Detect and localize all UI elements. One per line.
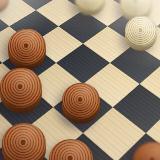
checker-piece-red-p5[interactable] — [2, 123, 46, 160]
checker-piece-red-p4[interactable] — [62, 83, 100, 119]
piece-face-rings — [133, 142, 160, 160]
checker-piece-red-p3[interactable] — [0, 68, 42, 108]
checker-piece-red-p6[interactable] — [49, 139, 93, 160]
piece-face-rings — [2, 123, 46, 160]
checker-piece-red-p1[interactable] — [0, 0, 9, 9]
piece-face-rings — [125, 16, 157, 47]
checker-piece-red-p2[interactable] — [8, 29, 46, 65]
checkers-board-photo — [0, 0, 160, 160]
checker-piece-white-p10[interactable] — [125, 16, 157, 47]
checker-piece-red-p7[interactable] — [133, 142, 160, 160]
piece-face-rings — [49, 139, 93, 160]
piece-face-rings — [0, 68, 42, 108]
checker-piece-white-p8[interactable] — [75, 0, 105, 11]
